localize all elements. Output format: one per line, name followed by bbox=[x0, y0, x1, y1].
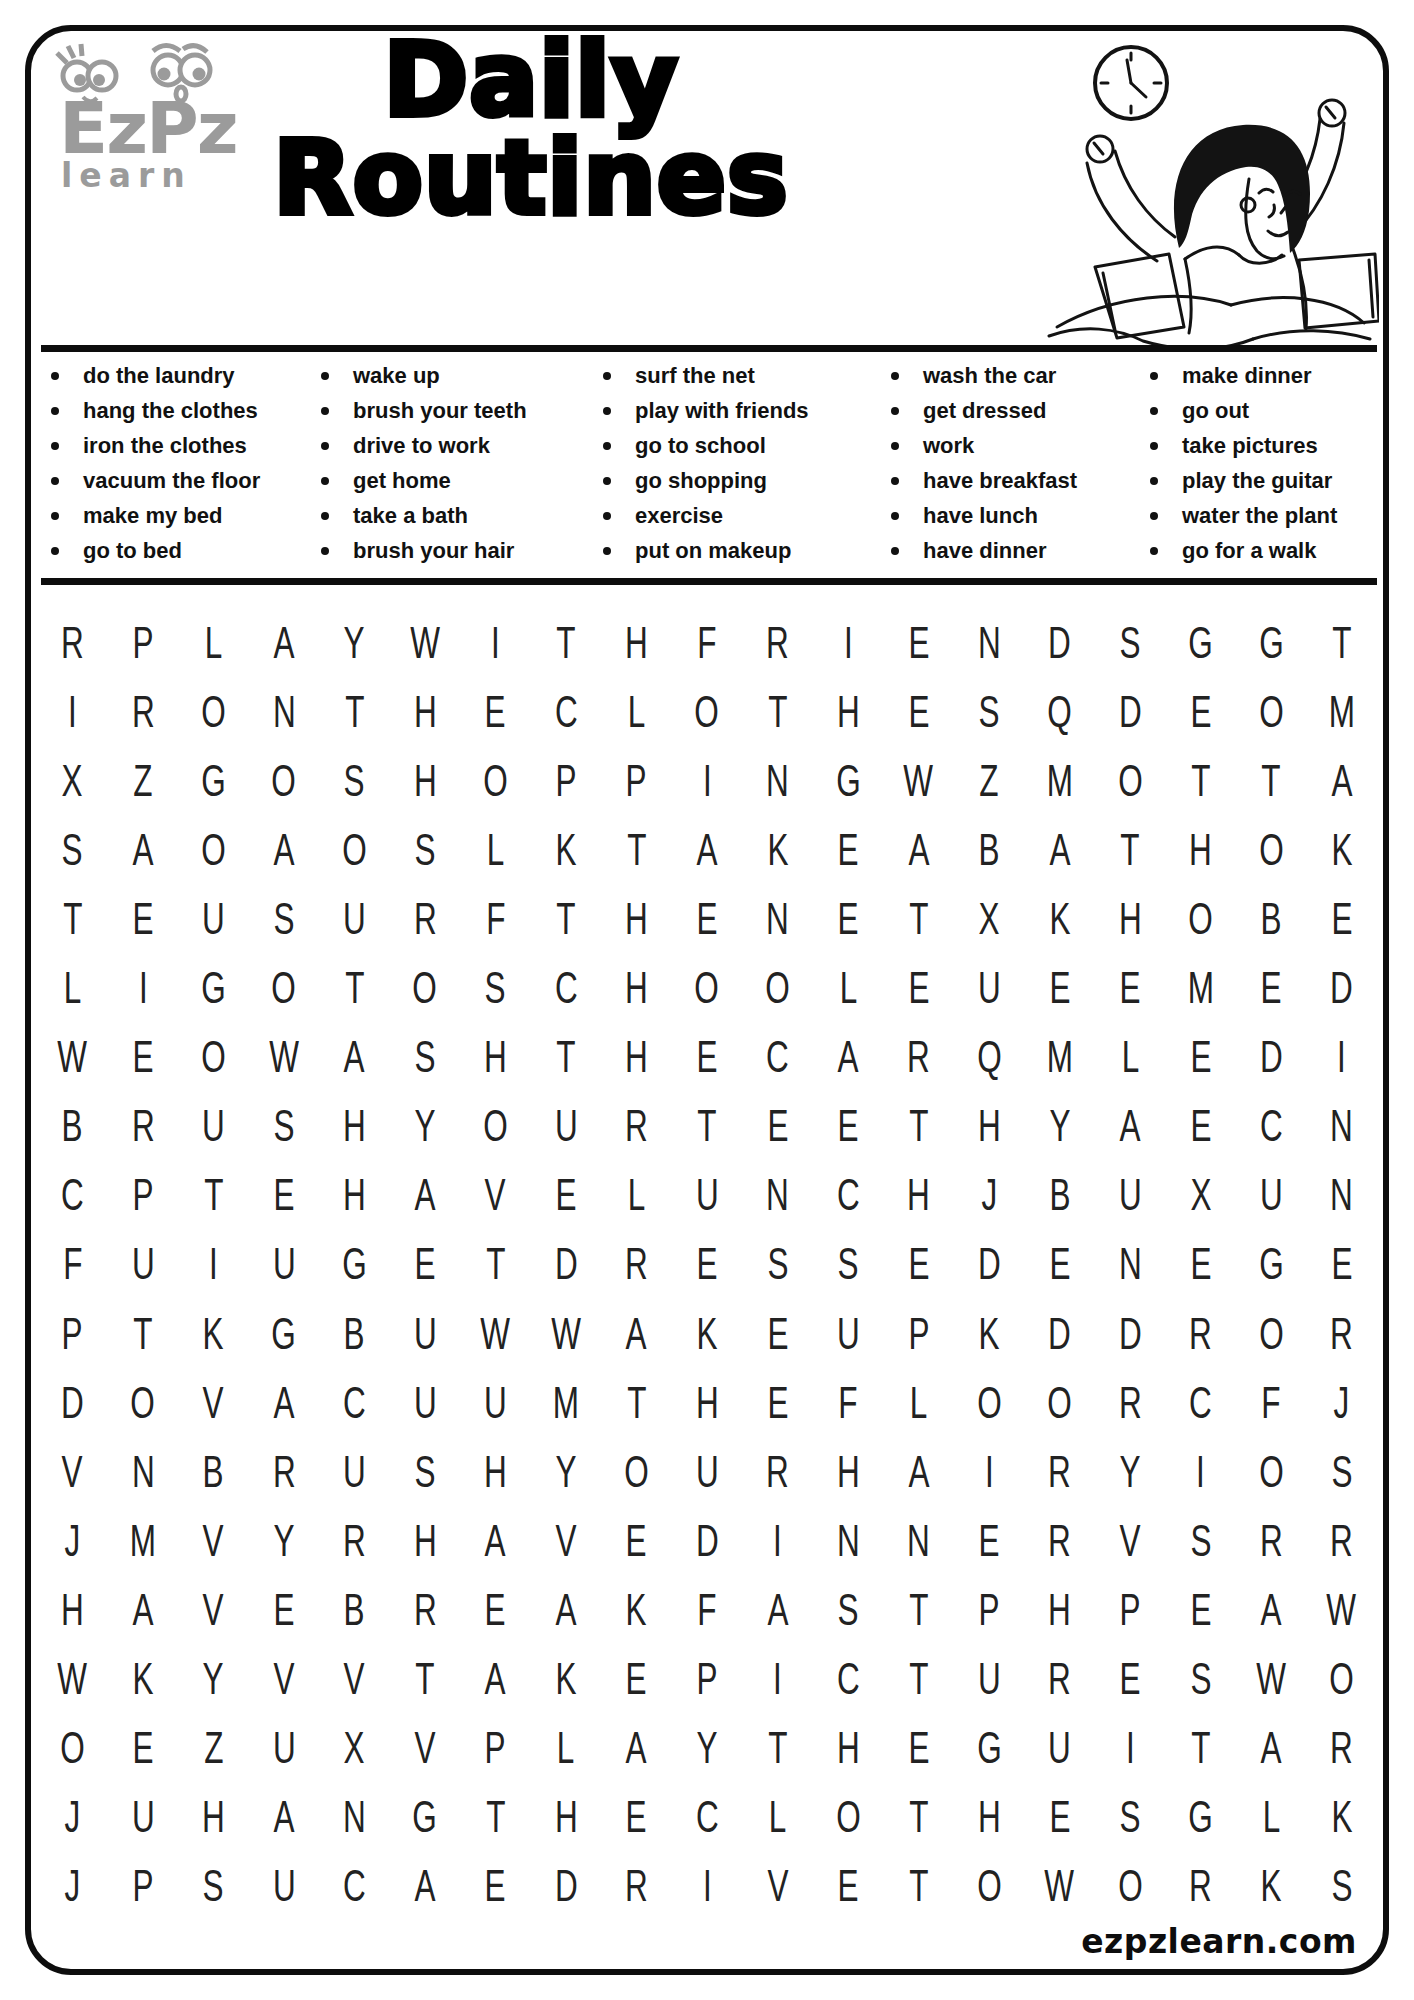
cell-r13c5[interactable]: U bbox=[319, 1437, 390, 1506]
cell-r11c18[interactable]: O bbox=[1236, 1299, 1307, 1368]
cell-r3c6[interactable]: H bbox=[390, 746, 461, 815]
cell-r17c18[interactable]: A bbox=[1236, 1714, 1307, 1783]
cell-r14c6[interactable]: H bbox=[390, 1506, 461, 1575]
cell-r13c4[interactable]: R bbox=[249, 1437, 320, 1506]
cell-r7c11[interactable]: C bbox=[742, 1023, 813, 1092]
cell-r18c10[interactable]: C bbox=[672, 1783, 743, 1852]
cell-r14c1[interactable]: J bbox=[37, 1506, 108, 1575]
cell-r13c10[interactable]: U bbox=[672, 1437, 743, 1506]
cell-r16c3[interactable]: Y bbox=[178, 1645, 249, 1714]
cell-r4c2[interactable]: A bbox=[108, 815, 179, 884]
cell-r4c5[interactable]: O bbox=[319, 815, 390, 884]
cell-r19c11[interactable]: V bbox=[742, 1852, 813, 1921]
cell-r3c4[interactable]: O bbox=[249, 746, 320, 815]
cell-r6c12[interactable]: L bbox=[813, 954, 884, 1023]
cell-r8c3[interactable]: U bbox=[178, 1092, 249, 1161]
cell-r5c4[interactable]: S bbox=[249, 884, 320, 953]
cell-r9c18[interactable]: U bbox=[1236, 1161, 1307, 1230]
cell-r11c16[interactable]: D bbox=[1095, 1299, 1166, 1368]
cell-r10c6[interactable]: E bbox=[390, 1230, 461, 1299]
cell-r5c10[interactable]: E bbox=[672, 884, 743, 953]
cell-r1c15[interactable]: D bbox=[1024, 608, 1095, 677]
cell-r15c15[interactable]: H bbox=[1024, 1575, 1095, 1644]
cell-r3c12[interactable]: G bbox=[813, 746, 884, 815]
cell-r5c11[interactable]: N bbox=[742, 884, 813, 953]
cell-r13c3[interactable]: B bbox=[178, 1437, 249, 1506]
cell-r6c7[interactable]: S bbox=[460, 954, 531, 1023]
cell-r13c9[interactable]: O bbox=[601, 1437, 672, 1506]
cell-r7c2[interactable]: E bbox=[108, 1023, 179, 1092]
cell-r10c2[interactable]: U bbox=[108, 1230, 179, 1299]
cell-r17c10[interactable]: Y bbox=[672, 1714, 743, 1783]
cell-r4c18[interactable]: O bbox=[1236, 815, 1307, 884]
cell-r8c10[interactable]: T bbox=[672, 1092, 743, 1161]
cell-r9c7[interactable]: V bbox=[460, 1161, 531, 1230]
cell-r12c16[interactable]: R bbox=[1095, 1368, 1166, 1437]
cell-r5c18[interactable]: B bbox=[1236, 884, 1307, 953]
cell-r14c14[interactable]: E bbox=[954, 1506, 1025, 1575]
cell-r3c16[interactable]: O bbox=[1095, 746, 1166, 815]
website-link[interactable]: ezpzlearn.com bbox=[1081, 1922, 1357, 1961]
cell-r7c17[interactable]: E bbox=[1165, 1023, 1236, 1092]
cell-r3c2[interactable]: Z bbox=[108, 746, 179, 815]
cell-r4c16[interactable]: T bbox=[1095, 815, 1166, 884]
cell-r9c15[interactable]: B bbox=[1024, 1161, 1095, 1230]
cell-r13c19[interactable]: S bbox=[1306, 1437, 1377, 1506]
cell-r16c19[interactable]: O bbox=[1306, 1645, 1377, 1714]
cell-r15c5[interactable]: B bbox=[319, 1575, 390, 1644]
cell-r6c1[interactable]: L bbox=[37, 954, 108, 1023]
cell-r12c3[interactable]: V bbox=[178, 1368, 249, 1437]
cell-r4c8[interactable]: K bbox=[531, 815, 602, 884]
cell-r10c8[interactable]: D bbox=[531, 1230, 602, 1299]
cell-r5c7[interactable]: F bbox=[460, 884, 531, 953]
cell-r15c8[interactable]: A bbox=[531, 1575, 602, 1644]
cell-r14c15[interactable]: R bbox=[1024, 1506, 1095, 1575]
cell-r8c16[interactable]: A bbox=[1095, 1092, 1166, 1161]
cell-r13c15[interactable]: R bbox=[1024, 1437, 1095, 1506]
cell-r19c17[interactable]: R bbox=[1165, 1852, 1236, 1921]
cell-r16c11[interactable]: I bbox=[742, 1645, 813, 1714]
cell-r5c13[interactable]: T bbox=[883, 884, 954, 953]
cell-r1c7[interactable]: I bbox=[460, 608, 531, 677]
cell-r13c6[interactable]: S bbox=[390, 1437, 461, 1506]
cell-r5c1[interactable]: T bbox=[37, 884, 108, 953]
cell-r19c12[interactable]: E bbox=[813, 1852, 884, 1921]
cell-r8c12[interactable]: E bbox=[813, 1092, 884, 1161]
cell-r4c9[interactable]: T bbox=[601, 815, 672, 884]
cell-r11c7[interactable]: W bbox=[460, 1299, 531, 1368]
cell-r11c12[interactable]: U bbox=[813, 1299, 884, 1368]
cell-r18c18[interactable]: L bbox=[1236, 1783, 1307, 1852]
cell-r10c12[interactable]: S bbox=[813, 1230, 884, 1299]
cell-r19c8[interactable]: D bbox=[531, 1852, 602, 1921]
cell-r8c5[interactable]: H bbox=[319, 1092, 390, 1161]
cell-r2c1[interactable]: I bbox=[37, 677, 108, 746]
cell-r11c19[interactable]: R bbox=[1306, 1299, 1377, 1368]
cell-r12c10[interactable]: H bbox=[672, 1368, 743, 1437]
cell-r1c2[interactable]: P bbox=[108, 608, 179, 677]
cell-r16c1[interactable]: W bbox=[37, 1645, 108, 1714]
cell-r3c15[interactable]: M bbox=[1024, 746, 1095, 815]
cell-r15c12[interactable]: S bbox=[813, 1575, 884, 1644]
cell-r19c6[interactable]: A bbox=[390, 1852, 461, 1921]
cell-r19c16[interactable]: O bbox=[1095, 1852, 1166, 1921]
cell-r2c15[interactable]: Q bbox=[1024, 677, 1095, 746]
cell-r14c16[interactable]: V bbox=[1095, 1506, 1166, 1575]
cell-r17c14[interactable]: G bbox=[954, 1714, 1025, 1783]
cell-r14c13[interactable]: N bbox=[883, 1506, 954, 1575]
cell-r11c8[interactable]: W bbox=[531, 1299, 602, 1368]
cell-r12c13[interactable]: L bbox=[883, 1368, 954, 1437]
cell-r4c1[interactable]: S bbox=[37, 815, 108, 884]
cell-r3c14[interactable]: Z bbox=[954, 746, 1025, 815]
cell-r18c8[interactable]: H bbox=[531, 1783, 602, 1852]
cell-r9c9[interactable]: L bbox=[601, 1161, 672, 1230]
cell-r5c3[interactable]: U bbox=[178, 884, 249, 953]
cell-r17c7[interactable]: P bbox=[460, 1714, 531, 1783]
cell-r16c7[interactable]: A bbox=[460, 1645, 531, 1714]
cell-r9c19[interactable]: N bbox=[1306, 1161, 1377, 1230]
cell-r2c6[interactable]: H bbox=[390, 677, 461, 746]
cell-r1c12[interactable]: I bbox=[813, 608, 884, 677]
cell-r17c17[interactable]: T bbox=[1165, 1714, 1236, 1783]
cell-r15c17[interactable]: E bbox=[1165, 1575, 1236, 1644]
cell-r10c14[interactable]: D bbox=[954, 1230, 1025, 1299]
cell-r16c4[interactable]: V bbox=[249, 1645, 320, 1714]
cell-r3c1[interactable]: X bbox=[37, 746, 108, 815]
cell-r8c8[interactable]: U bbox=[531, 1092, 602, 1161]
cell-r9c17[interactable]: X bbox=[1165, 1161, 1236, 1230]
cell-r9c4[interactable]: E bbox=[249, 1161, 320, 1230]
cell-r6c13[interactable]: E bbox=[883, 954, 954, 1023]
cell-r14c4[interactable]: Y bbox=[249, 1506, 320, 1575]
cell-r14c12[interactable]: N bbox=[813, 1506, 884, 1575]
cell-r5c8[interactable]: T bbox=[531, 884, 602, 953]
cell-r1c17[interactable]: G bbox=[1165, 608, 1236, 677]
cell-r11c11[interactable]: E bbox=[742, 1299, 813, 1368]
cell-r16c10[interactable]: P bbox=[672, 1645, 743, 1714]
cell-r10c5[interactable]: G bbox=[319, 1230, 390, 1299]
cell-r14c10[interactable]: D bbox=[672, 1506, 743, 1575]
cell-r1c11[interactable]: R bbox=[742, 608, 813, 677]
cell-r12c11[interactable]: E bbox=[742, 1368, 813, 1437]
cell-r9c3[interactable]: T bbox=[178, 1161, 249, 1230]
cell-r2c13[interactable]: E bbox=[883, 677, 954, 746]
cell-r3c5[interactable]: S bbox=[319, 746, 390, 815]
cell-r7c3[interactable]: O bbox=[178, 1023, 249, 1092]
cell-r15c4[interactable]: E bbox=[249, 1575, 320, 1644]
cell-r9c5[interactable]: H bbox=[319, 1161, 390, 1230]
cell-r4c12[interactable]: E bbox=[813, 815, 884, 884]
cell-r9c6[interactable]: A bbox=[390, 1161, 461, 1230]
cell-r14c9[interactable]: E bbox=[601, 1506, 672, 1575]
cell-r2c16[interactable]: D bbox=[1095, 677, 1166, 746]
cell-r18c17[interactable]: G bbox=[1165, 1783, 1236, 1852]
cell-r19c7[interactable]: E bbox=[460, 1852, 531, 1921]
cell-r1c6[interactable]: W bbox=[390, 608, 461, 677]
cell-r8c7[interactable]: O bbox=[460, 1092, 531, 1161]
cell-r15c7[interactable]: E bbox=[460, 1575, 531, 1644]
cell-r15c18[interactable]: A bbox=[1236, 1575, 1307, 1644]
cell-r18c15[interactable]: E bbox=[1024, 1783, 1095, 1852]
cell-r3c17[interactable]: T bbox=[1165, 746, 1236, 815]
cell-r2c17[interactable]: E bbox=[1165, 677, 1236, 746]
cell-r18c19[interactable]: K bbox=[1306, 1783, 1377, 1852]
cell-r6c2[interactable]: I bbox=[108, 954, 179, 1023]
cell-r9c8[interactable]: E bbox=[531, 1161, 602, 1230]
cell-r12c14[interactable]: O bbox=[954, 1368, 1025, 1437]
cell-r16c2[interactable]: K bbox=[108, 1645, 179, 1714]
cell-r11c5[interactable]: B bbox=[319, 1299, 390, 1368]
cell-r10c17[interactable]: E bbox=[1165, 1230, 1236, 1299]
cell-r12c7[interactable]: U bbox=[460, 1368, 531, 1437]
cell-r17c6[interactable]: V bbox=[390, 1714, 461, 1783]
cell-r18c9[interactable]: E bbox=[601, 1783, 672, 1852]
cell-r5c14[interactable]: X bbox=[954, 884, 1025, 953]
cell-r1c9[interactable]: H bbox=[601, 608, 672, 677]
cell-r7c6[interactable]: S bbox=[390, 1023, 461, 1092]
cell-r2c10[interactable]: O bbox=[672, 677, 743, 746]
cell-r2c19[interactable]: M bbox=[1306, 677, 1377, 746]
cell-r1c4[interactable]: A bbox=[249, 608, 320, 677]
cell-r15c2[interactable]: A bbox=[108, 1575, 179, 1644]
cell-r14c17[interactable]: S bbox=[1165, 1506, 1236, 1575]
cell-r2c7[interactable]: E bbox=[460, 677, 531, 746]
cell-r17c13[interactable]: E bbox=[883, 1714, 954, 1783]
cell-r15c14[interactable]: P bbox=[954, 1575, 1025, 1644]
cell-r12c15[interactable]: O bbox=[1024, 1368, 1095, 1437]
cell-r13c17[interactable]: I bbox=[1165, 1437, 1236, 1506]
cell-r18c3[interactable]: H bbox=[178, 1783, 249, 1852]
cell-r5c2[interactable]: E bbox=[108, 884, 179, 953]
cell-r16c8[interactable]: K bbox=[531, 1645, 602, 1714]
cell-r2c9[interactable]: L bbox=[601, 677, 672, 746]
cell-r6c9[interactable]: H bbox=[601, 954, 672, 1023]
cell-r3c7[interactable]: O bbox=[460, 746, 531, 815]
cell-r11c1[interactable]: P bbox=[37, 1299, 108, 1368]
cell-r5c5[interactable]: U bbox=[319, 884, 390, 953]
cell-r10c1[interactable]: F bbox=[37, 1230, 108, 1299]
cell-r14c2[interactable]: M bbox=[108, 1506, 179, 1575]
cell-r11c4[interactable]: G bbox=[249, 1299, 320, 1368]
cell-r13c18[interactable]: O bbox=[1236, 1437, 1307, 1506]
cell-r19c2[interactable]: P bbox=[108, 1852, 179, 1921]
cell-r17c12[interactable]: H bbox=[813, 1714, 884, 1783]
cell-r9c2[interactable]: P bbox=[108, 1161, 179, 1230]
cell-r4c11[interactable]: K bbox=[742, 815, 813, 884]
cell-r7c19[interactable]: I bbox=[1306, 1023, 1377, 1092]
cell-r13c13[interactable]: A bbox=[883, 1437, 954, 1506]
cell-r19c18[interactable]: K bbox=[1236, 1852, 1307, 1921]
cell-r6c14[interactable]: U bbox=[954, 954, 1025, 1023]
cell-r4c3[interactable]: O bbox=[178, 815, 249, 884]
cell-r7c15[interactable]: M bbox=[1024, 1023, 1095, 1092]
cell-r1c14[interactable]: N bbox=[954, 608, 1025, 677]
cell-r11c3[interactable]: K bbox=[178, 1299, 249, 1368]
cell-r10c4[interactable]: U bbox=[249, 1230, 320, 1299]
cell-r8c13[interactable]: T bbox=[883, 1092, 954, 1161]
cell-r7c16[interactable]: L bbox=[1095, 1023, 1166, 1092]
cell-r8c11[interactable]: E bbox=[742, 1092, 813, 1161]
cell-r2c2[interactable]: R bbox=[108, 677, 179, 746]
cell-r10c13[interactable]: E bbox=[883, 1230, 954, 1299]
cell-r10c19[interactable]: E bbox=[1306, 1230, 1377, 1299]
cell-r7c12[interactable]: A bbox=[813, 1023, 884, 1092]
cell-r3c11[interactable]: N bbox=[742, 746, 813, 815]
cell-r4c14[interactable]: B bbox=[954, 815, 1025, 884]
cell-r3c19[interactable]: A bbox=[1306, 746, 1377, 815]
cell-r2c4[interactable]: N bbox=[249, 677, 320, 746]
cell-r12c12[interactable]: F bbox=[813, 1368, 884, 1437]
cell-r9c16[interactable]: U bbox=[1095, 1161, 1166, 1230]
cell-r7c14[interactable]: Q bbox=[954, 1023, 1025, 1092]
cell-r5c9[interactable]: H bbox=[601, 884, 672, 953]
cell-r15c1[interactable]: H bbox=[37, 1575, 108, 1644]
cell-r4c4[interactable]: A bbox=[249, 815, 320, 884]
cell-r11c10[interactable]: K bbox=[672, 1299, 743, 1368]
cell-r16c18[interactable]: W bbox=[1236, 1645, 1307, 1714]
cell-r9c12[interactable]: C bbox=[813, 1161, 884, 1230]
cell-r9c13[interactable]: H bbox=[883, 1161, 954, 1230]
cell-r12c1[interactable]: D bbox=[37, 1368, 108, 1437]
cell-r16c13[interactable]: T bbox=[883, 1645, 954, 1714]
cell-r14c5[interactable]: R bbox=[319, 1506, 390, 1575]
cell-r16c12[interactable]: C bbox=[813, 1645, 884, 1714]
cell-r17c19[interactable]: R bbox=[1306, 1714, 1377, 1783]
cell-r10c11[interactable]: S bbox=[742, 1230, 813, 1299]
cell-r13c1[interactable]: V bbox=[37, 1437, 108, 1506]
cell-r7c13[interactable]: R bbox=[883, 1023, 954, 1092]
cell-r16c17[interactable]: S bbox=[1165, 1645, 1236, 1714]
cell-r19c19[interactable]: S bbox=[1306, 1852, 1377, 1921]
cell-r12c19[interactable]: J bbox=[1306, 1368, 1377, 1437]
cell-r5c12[interactable]: E bbox=[813, 884, 884, 953]
cell-r17c8[interactable]: L bbox=[531, 1714, 602, 1783]
cell-r17c2[interactable]: E bbox=[108, 1714, 179, 1783]
cell-r15c6[interactable]: R bbox=[390, 1575, 461, 1644]
cell-r15c3[interactable]: V bbox=[178, 1575, 249, 1644]
cell-r11c17[interactable]: R bbox=[1165, 1299, 1236, 1368]
cell-r18c13[interactable]: T bbox=[883, 1783, 954, 1852]
cell-r8c17[interactable]: E bbox=[1165, 1092, 1236, 1161]
cell-r9c10[interactable]: U bbox=[672, 1161, 743, 1230]
cell-r6c16[interactable]: E bbox=[1095, 954, 1166, 1023]
cell-r12c18[interactable]: F bbox=[1236, 1368, 1307, 1437]
cell-r12c5[interactable]: C bbox=[319, 1368, 390, 1437]
cell-r5c17[interactable]: O bbox=[1165, 884, 1236, 953]
cell-r11c15[interactable]: D bbox=[1024, 1299, 1095, 1368]
cell-r1c5[interactable]: Y bbox=[319, 608, 390, 677]
cell-r6c18[interactable]: E bbox=[1236, 954, 1307, 1023]
cell-r14c18[interactable]: R bbox=[1236, 1506, 1307, 1575]
cell-r3c18[interactable]: T bbox=[1236, 746, 1307, 815]
cell-r7c1[interactable]: W bbox=[37, 1023, 108, 1092]
cell-r6c3[interactable]: G bbox=[178, 954, 249, 1023]
cell-r7c9[interactable]: H bbox=[601, 1023, 672, 1092]
cell-r9c14[interactable]: J bbox=[954, 1161, 1025, 1230]
cell-r11c14[interactable]: K bbox=[954, 1299, 1025, 1368]
cell-r2c18[interactable]: O bbox=[1236, 677, 1307, 746]
cell-r6c19[interactable]: D bbox=[1306, 954, 1377, 1023]
cell-r17c11[interactable]: T bbox=[742, 1714, 813, 1783]
cell-r17c9[interactable]: A bbox=[601, 1714, 672, 1783]
cell-r8c9[interactable]: R bbox=[601, 1092, 672, 1161]
cell-r16c5[interactable]: V bbox=[319, 1645, 390, 1714]
cell-r16c14[interactable]: U bbox=[954, 1645, 1025, 1714]
cell-r18c4[interactable]: A bbox=[249, 1783, 320, 1852]
cell-r6c15[interactable]: E bbox=[1024, 954, 1095, 1023]
cell-r6c4[interactable]: O bbox=[249, 954, 320, 1023]
cell-r12c2[interactable]: O bbox=[108, 1368, 179, 1437]
cell-r1c18[interactable]: G bbox=[1236, 608, 1307, 677]
cell-r8c2[interactable]: R bbox=[108, 1092, 179, 1161]
cell-r19c4[interactable]: U bbox=[249, 1852, 320, 1921]
cell-r5c15[interactable]: K bbox=[1024, 884, 1095, 953]
cell-r18c1[interactable]: J bbox=[37, 1783, 108, 1852]
cell-r5c16[interactable]: H bbox=[1095, 884, 1166, 953]
cell-r4c19[interactable]: K bbox=[1306, 815, 1377, 884]
cell-r17c1[interactable]: O bbox=[37, 1714, 108, 1783]
cell-r19c1[interactable]: J bbox=[37, 1852, 108, 1921]
cell-r17c4[interactable]: U bbox=[249, 1714, 320, 1783]
cell-r16c9[interactable]: E bbox=[601, 1645, 672, 1714]
cell-r1c3[interactable]: L bbox=[178, 608, 249, 677]
cell-r7c18[interactable]: D bbox=[1236, 1023, 1307, 1092]
cell-r19c14[interactable]: O bbox=[954, 1852, 1025, 1921]
cell-r10c10[interactable]: E bbox=[672, 1230, 743, 1299]
cell-r3c3[interactable]: G bbox=[178, 746, 249, 815]
cell-r4c10[interactable]: A bbox=[672, 815, 743, 884]
cell-r12c8[interactable]: M bbox=[531, 1368, 602, 1437]
cell-r6c8[interactable]: C bbox=[531, 954, 602, 1023]
cell-r1c1[interactable]: R bbox=[37, 608, 108, 677]
cell-r13c11[interactable]: R bbox=[742, 1437, 813, 1506]
cell-r18c11[interactable]: L bbox=[742, 1783, 813, 1852]
cell-r15c9[interactable]: K bbox=[601, 1575, 672, 1644]
cell-r6c10[interactable]: O bbox=[672, 954, 743, 1023]
cell-r14c11[interactable]: I bbox=[742, 1506, 813, 1575]
cell-r7c10[interactable]: E bbox=[672, 1023, 743, 1092]
cell-r8c15[interactable]: Y bbox=[1024, 1092, 1095, 1161]
cell-r7c7[interactable]: H bbox=[460, 1023, 531, 1092]
cell-r6c5[interactable]: T bbox=[319, 954, 390, 1023]
cell-r19c5[interactable]: C bbox=[319, 1852, 390, 1921]
cell-r18c16[interactable]: S bbox=[1095, 1783, 1166, 1852]
cell-r12c4[interactable]: A bbox=[249, 1368, 320, 1437]
cell-r4c13[interactable]: A bbox=[883, 815, 954, 884]
cell-r8c1[interactable]: B bbox=[37, 1092, 108, 1161]
cell-r1c19[interactable]: T bbox=[1306, 608, 1377, 677]
cell-r1c13[interactable]: E bbox=[883, 608, 954, 677]
cell-r15c11[interactable]: A bbox=[742, 1575, 813, 1644]
cell-r10c9[interactable]: R bbox=[601, 1230, 672, 1299]
cell-r8c18[interactable]: C bbox=[1236, 1092, 1307, 1161]
cell-r3c13[interactable]: W bbox=[883, 746, 954, 815]
cell-r17c5[interactable]: X bbox=[319, 1714, 390, 1783]
cell-r16c15[interactable]: R bbox=[1024, 1645, 1095, 1714]
cell-r13c16[interactable]: Y bbox=[1095, 1437, 1166, 1506]
cell-r18c2[interactable]: U bbox=[108, 1783, 179, 1852]
cell-r9c11[interactable]: N bbox=[742, 1161, 813, 1230]
cell-r6c11[interactable]: O bbox=[742, 954, 813, 1023]
cell-r18c7[interactable]: T bbox=[460, 1783, 531, 1852]
cell-r18c6[interactable]: G bbox=[390, 1783, 461, 1852]
cell-r7c8[interactable]: T bbox=[531, 1023, 602, 1092]
cell-r4c7[interactable]: L bbox=[460, 815, 531, 884]
cell-r4c6[interactable]: S bbox=[390, 815, 461, 884]
cell-r1c16[interactable]: S bbox=[1095, 608, 1166, 677]
